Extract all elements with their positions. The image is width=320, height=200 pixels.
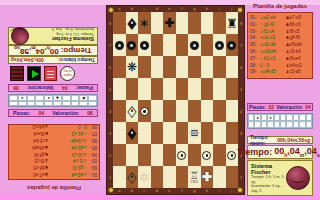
menu-button[interactable] bbox=[10, 66, 24, 81]
square-h1[interactable]: ✚ bbox=[201, 166, 214, 188]
square-a1[interactable] bbox=[113, 166, 126, 188]
square-j2[interactable] bbox=[226, 144, 239, 166]
piece-white-eye: ◇ bbox=[127, 169, 136, 185]
tray-cell bbox=[18, 101, 27, 107]
square-a6[interactable] bbox=[113, 56, 126, 78]
square-g7[interactable] bbox=[188, 34, 201, 56]
square-b2[interactable] bbox=[126, 144, 139, 166]
square-i5[interactable] bbox=[213, 78, 226, 100]
square-e2[interactable] bbox=[163, 144, 176, 166]
move-row: 04-♙c2-c3♞g8-f6 bbox=[10, 150, 97, 157]
move-row: 01-♙e2-e4♟e7-e5 bbox=[10, 170, 97, 177]
rank-labels-right: 87654321 bbox=[238, 12, 244, 188]
play-button[interactable] bbox=[27, 66, 41, 81]
white-captures-stats-bar: Piezas: 02 Valoración: 04 bbox=[247, 103, 313, 111]
square-e7[interactable] bbox=[163, 34, 176, 56]
square-f5[interactable] bbox=[176, 78, 189, 100]
square-f4[interactable] bbox=[176, 100, 189, 122]
square-c2[interactable] bbox=[138, 144, 151, 166]
tray-cell bbox=[62, 101, 71, 107]
square-d7[interactable] bbox=[151, 34, 164, 56]
tray-cell bbox=[79, 101, 88, 107]
tray-cell bbox=[44, 101, 53, 107]
piece-black-pinwheel: ❋ bbox=[127, 61, 137, 73]
piece-white-pawn bbox=[202, 151, 211, 160]
square-a4[interactable] bbox=[113, 100, 126, 122]
square-f8[interactable] bbox=[176, 12, 189, 34]
move-sheet-title-right: Planilla de jugadas bbox=[247, 2, 313, 11]
value-label: Valoración: bbox=[276, 104, 303, 110]
chess-variant-app-window: { "game": "Spanish 10x8 chess-variant pr… bbox=[0, 0, 320, 200]
board: abcdefghij abcdefghij 87654321 87654321 … bbox=[106, 5, 245, 195]
square-j8[interactable]: ♜ bbox=[226, 12, 239, 34]
move-sheet-title-left: Planilla de jugadas bbox=[8, 183, 100, 192]
square-d8[interactable] bbox=[151, 12, 164, 34]
small-time-label: Tiempo blanco: bbox=[58, 57, 95, 63]
square-d4[interactable] bbox=[151, 100, 164, 122]
square-c1[interactable]: ✶ bbox=[138, 166, 151, 188]
square-f1[interactable] bbox=[176, 166, 189, 188]
square-a7[interactable] bbox=[113, 34, 126, 56]
square-e5[interactable] bbox=[163, 78, 176, 100]
move-row: 05-♙d2-d4♟e5xd4 bbox=[10, 143, 97, 150]
square-g4[interactable] bbox=[188, 100, 201, 122]
square-e1[interactable] bbox=[163, 166, 176, 188]
move-row: 07-♘b1-c3♞f6xe4 bbox=[250, 56, 311, 63]
tray-cell bbox=[35, 101, 44, 107]
tray-cell bbox=[27, 101, 36, 107]
tray-cell bbox=[53, 101, 62, 107]
square-a3[interactable] bbox=[113, 122, 126, 144]
square-c7[interactable] bbox=[138, 34, 151, 56]
move-row: 09-♙d4-d5♝c3-a5 bbox=[250, 69, 311, 76]
piece-white-pawn bbox=[177, 151, 186, 160]
square-b5[interactable] bbox=[126, 78, 139, 100]
logo-sphere bbox=[11, 27, 29, 45]
square-f3[interactable] bbox=[176, 122, 189, 144]
square-g6[interactable] bbox=[188, 56, 201, 78]
square-g2[interactable] bbox=[188, 144, 201, 166]
piece-black-pawn bbox=[127, 41, 136, 50]
pieces-count: 04 bbox=[38, 110, 44, 116]
piece-black-pawn bbox=[190, 41, 199, 50]
move-row: 03-♗f1-c4♝f8-c5 bbox=[250, 29, 311, 36]
tray-cell bbox=[9, 101, 18, 107]
pieces-label: Piezas: bbox=[13, 110, 30, 116]
square-c8[interactable]: ✶ bbox=[138, 12, 151, 34]
piece-black-pawn bbox=[115, 41, 124, 50]
move-row: 08-0 - 0♝b4xc3 bbox=[250, 63, 311, 70]
square-h4[interactable] bbox=[201, 100, 214, 122]
pieces-label: Piezas: bbox=[76, 85, 93, 91]
square-j3[interactable] bbox=[226, 122, 239, 144]
square-g5[interactable] bbox=[188, 78, 201, 100]
square-c4[interactable] bbox=[138, 100, 151, 122]
big-time-label: Tiempo: bbox=[61, 46, 92, 55]
square-d2[interactable] bbox=[151, 144, 164, 166]
value-label: Valoración: bbox=[27, 85, 54, 91]
square-b3[interactable]: ◆ bbox=[126, 122, 139, 144]
piece-white-cross: ✚ bbox=[202, 171, 212, 183]
square-j4[interactable] bbox=[226, 100, 239, 122]
square-j7[interactable] bbox=[226, 34, 239, 56]
move-row: 05-♙d2-d4♟e5xd4 bbox=[250, 42, 311, 49]
tray-cell bbox=[306, 114, 312, 121]
move-row: 01-♙e2-e4♟e7-e5 bbox=[250, 15, 311, 22]
big-time-label: Tiempo: bbox=[237, 147, 272, 157]
square-a5[interactable] bbox=[113, 78, 126, 100]
square-b6[interactable]: ❋ bbox=[126, 56, 139, 78]
white-small-time-bar: Tiempo negro: 00h,04m,58sg bbox=[247, 136, 313, 144]
square-j1[interactable] bbox=[226, 166, 239, 188]
white-fischer-panel: Sistema Fischer Tiempo: 1 h, 5 m, 5 sg I… bbox=[247, 160, 313, 196]
fischer-title: Sistema Fischer bbox=[251, 163, 287, 175]
value-label: Valoración: bbox=[52, 110, 79, 116]
square-e6[interactable] bbox=[163, 56, 176, 78]
piece-black-pawn bbox=[215, 41, 224, 50]
square-i1[interactable] bbox=[213, 166, 226, 188]
moves-list-left: 01-♙e2-e4♟e7-e502-♘g1-f3♞b8-c603-♗f1-c4♝… bbox=[10, 124, 97, 177]
file-labels-bottom: abcdefghij bbox=[113, 188, 238, 194]
pieces-label: Piezas: bbox=[249, 104, 266, 110]
square-h6[interactable] bbox=[201, 56, 214, 78]
white-big-time: Tiempo: 00h,04m,04sg bbox=[247, 145, 313, 159]
square-b4[interactable]: ◇ bbox=[126, 100, 139, 122]
square-f6[interactable] bbox=[176, 56, 189, 78]
captured-tray-left: ●●✚◆ bbox=[8, 94, 98, 107]
captured-tray-right: ●● bbox=[247, 113, 313, 129]
square-g1[interactable]: ♖CMG bbox=[188, 166, 201, 188]
black-fischer-panel: Sistema Fischer Tiempo: 1 h, 5 m, 5 sg I… bbox=[8, 27, 98, 45]
square-b8[interactable]: ◆ bbox=[126, 12, 139, 34]
square-e3[interactable] bbox=[163, 122, 176, 144]
board-grid: ◆✶✚♜❋◇◆✳⊡◇✶♖CMG✚ bbox=[113, 12, 238, 188]
move-row: 03-♗f1-c4♝f8-c5 bbox=[10, 157, 97, 164]
fischer-title: Sistema Fischer bbox=[34, 36, 94, 42]
small-time-value: 00h,04m,58sg bbox=[277, 137, 310, 143]
small-time-value: 00h,04m,04sg bbox=[11, 57, 44, 63]
move-row: 06-♙c3xd4♝c5-b4 bbox=[250, 49, 311, 56]
move-row: 08-0 - 0♝b4xc3 bbox=[10, 124, 97, 129]
value-count: 06 bbox=[87, 110, 93, 116]
square-h8[interactable] bbox=[201, 12, 214, 34]
piece-black-eye: ◆ bbox=[127, 125, 136, 141]
black-big-time: Tiempo: 00h,04m,58sg bbox=[8, 45, 98, 56]
square-d1[interactable] bbox=[151, 166, 164, 188]
square-i6[interactable] bbox=[213, 56, 226, 78]
piece-white-sparkle-king: ✳⊡ bbox=[190, 129, 198, 138]
move-row: 06-♙c3xd4♝c5-b4 bbox=[10, 136, 97, 143]
piece-white-pawn bbox=[140, 107, 149, 116]
square-e4[interactable] bbox=[163, 100, 176, 122]
square-b1[interactable]: ◇ bbox=[126, 166, 139, 188]
pieces-count: 02 bbox=[268, 104, 274, 110]
square-d3[interactable] bbox=[151, 122, 164, 144]
fischer-line2: Incremento: 3 sg - Jug. 5 bbox=[34, 27, 94, 32]
square-i3[interactable] bbox=[213, 122, 226, 144]
square-i4[interactable] bbox=[213, 100, 226, 122]
piece-white-rook-cmg: ♖CMG bbox=[190, 171, 199, 184]
stop-button[interactable] bbox=[44, 66, 57, 81]
big-time-value: 00h,04m,04sg bbox=[274, 146, 320, 158]
move-sheet-left: 01-♙e2-e4♟e7-e502-♘g1-f3♞b8-c603-♗f1-c4♝… bbox=[8, 124, 100, 180]
square-g3[interactable]: ✳⊡ bbox=[188, 122, 201, 144]
square-f2[interactable] bbox=[176, 144, 189, 166]
move-row: 04-♙c2-c3♞g8-f6 bbox=[250, 35, 311, 42]
move-row: 02-♘g1-f3♞b8-c6 bbox=[10, 163, 97, 170]
piece-black-cross: ✚ bbox=[164, 17, 174, 29]
piece-white-pawn bbox=[227, 151, 236, 160]
square-a2[interactable] bbox=[113, 144, 126, 166]
square-h5[interactable] bbox=[201, 78, 214, 100]
value-count: 06 bbox=[13, 85, 19, 91]
square-b7[interactable] bbox=[126, 34, 139, 56]
square-h7[interactable] bbox=[201, 34, 214, 56]
square-c5[interactable] bbox=[138, 78, 151, 100]
moves-list-right: 01-♙e2-e4♟e7-e502-♘g1-f3♞b8-c603-♗f1-c4♝… bbox=[250, 15, 311, 76]
square-c6[interactable] bbox=[138, 56, 151, 78]
value-count: 04 bbox=[305, 104, 311, 110]
square-j5[interactable] bbox=[226, 78, 239, 100]
fischer-line2: Incremento: 3 sg - Jug. 5 bbox=[251, 184, 287, 193]
square-f7[interactable] bbox=[176, 34, 189, 56]
square-j6[interactable] bbox=[226, 56, 239, 78]
piece-black-eye: ◆ bbox=[127, 15, 136, 31]
square-e8[interactable]: ✚ bbox=[163, 12, 176, 34]
square-d6[interactable] bbox=[151, 56, 164, 78]
square-h3[interactable] bbox=[201, 122, 214, 144]
square-d5[interactable] bbox=[151, 78, 164, 100]
move-row: 07-♘b1-c3♞f6xe4 bbox=[10, 129, 97, 136]
move-row: 02-♘g1-f3♞b8-c6 bbox=[250, 22, 311, 29]
big-time-value: 00h,04m,58sg bbox=[14, 45, 59, 56]
black-captures-stats-bar: Piezas: 04 Valoración: 06 bbox=[8, 84, 98, 92]
piece-white-eye: ◇ bbox=[127, 103, 136, 119]
black-small-time-bar: Tiempo blanco: 00h,04m,04sg bbox=[8, 56, 98, 64]
flip-board-button[interactable]: Dar la vuelta bbox=[60, 66, 75, 81]
piece-black-rook: ♜ bbox=[226, 17, 238, 30]
tray-cell bbox=[88, 101, 97, 107]
square-a8[interactable] bbox=[113, 12, 126, 34]
piece-black-pawn bbox=[227, 41, 236, 50]
square-g8[interactable] bbox=[188, 12, 201, 34]
piece-black-star: ✶ bbox=[139, 17, 150, 30]
fischer-line1: Tiempo: 1 h, 5 m, 5 sg bbox=[34, 31, 94, 36]
pieces-count: 04 bbox=[62, 85, 68, 91]
tray-cell bbox=[71, 101, 80, 107]
logo-sphere bbox=[286, 166, 310, 190]
square-i8[interactable] bbox=[213, 12, 226, 34]
square-c3[interactable] bbox=[138, 122, 151, 144]
square-h2[interactable] bbox=[201, 144, 214, 166]
square-i7[interactable] bbox=[213, 34, 226, 56]
white-captures-stats-bar-left: Piezas: 04 Valoración: 06 bbox=[8, 109, 98, 117]
piece-white-star: ✶ bbox=[139, 171, 150, 184]
fischer-line1: Tiempo: 1 h, 5 m, 5 sg bbox=[251, 175, 287, 184]
square-i2[interactable] bbox=[213, 144, 226, 166]
move-sheet-right: 01-♙e2-e4♟e7-e502-♘g1-f3♞b8-c603-♗f1-c4♝… bbox=[247, 12, 313, 79]
black-clock-panel: Tiempo blanco: 00h,04m,04sg Tiempo: 00h,… bbox=[8, 27, 98, 64]
tray-cell bbox=[306, 121, 312, 128]
piece-black-pawn bbox=[140, 41, 149, 50]
